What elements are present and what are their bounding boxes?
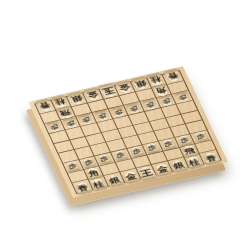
shogi-piece-lance[interactable]: 香: [202, 151, 221, 164]
product-photo-background: 香桂銀金玉金銀桂香飛角歩歩歩歩歩歩歩歩歩歩歩歩歩歩歩歩歩歩角飛香桂銀金王金銀桂香: [0, 0, 250, 250]
piece-glyph: 香: [202, 151, 221, 164]
board-cell[interactable]: 香: [200, 150, 221, 164]
